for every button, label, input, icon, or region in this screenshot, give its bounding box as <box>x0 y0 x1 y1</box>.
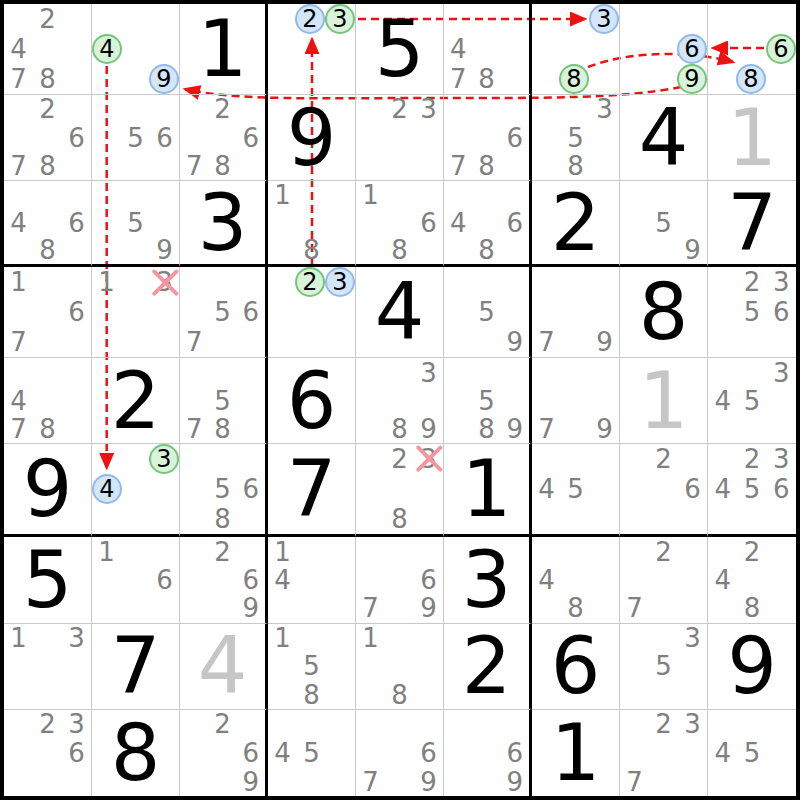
cell-r7c3[interactable]: 269 <box>180 537 268 623</box>
candidate-grid: 2678 <box>4 95 91 180</box>
candidate-8: 8 <box>297 680 326 708</box>
candidate-grid: 13 <box>92 267 179 357</box>
candidate-5: 5 <box>208 297 236 327</box>
candidate-9: 9 <box>678 237 707 265</box>
candidate-6: 6 <box>237 566 265 594</box>
cell-r7c2[interactable]: 16 <box>92 537 180 623</box>
candidate-3: 3 <box>590 95 619 123</box>
cell-r8c8[interactable]: 35 <box>620 624 708 710</box>
given-digit: 3 <box>462 541 512 619</box>
candidate-9: 9 <box>237 767 265 796</box>
chain-circle-blue-9: 9 <box>149 64 179 94</box>
candidate-6: 6 <box>62 297 91 327</box>
cell-r9c1[interactable]: 236 <box>4 710 92 796</box>
candidate-4: 4 <box>708 739 737 768</box>
candidate-8: 8 <box>208 504 236 534</box>
candidate-3: 3 <box>767 267 796 297</box>
candidate-3: 3 <box>678 624 707 652</box>
candidate-5: 5 <box>649 209 678 237</box>
candidate-5: 5 <box>208 387 236 415</box>
cell-r7c9[interactable]: 248 <box>708 537 796 623</box>
cell-r7c8[interactable]: 27 <box>620 537 708 623</box>
candidate-2: 2 <box>33 4 62 34</box>
candidate-5: 5 <box>737 297 766 327</box>
cell-r4c8[interactable]: 8 <box>620 267 708 358</box>
candidate-2: 2 <box>208 95 236 123</box>
cell-r8c2[interactable]: 7 <box>92 624 180 710</box>
cell-r9c3[interactable]: 269 <box>180 710 268 796</box>
candidate-8: 8 <box>737 594 766 622</box>
candidate-grid: 589 <box>444 358 529 443</box>
candidate-7: 7 <box>356 767 385 796</box>
cell-r5c9[interactable]: 345 <box>708 358 796 444</box>
candidate-8: 8 <box>33 237 62 265</box>
candidate-grid: 167 <box>4 267 91 357</box>
candidate-5: 5 <box>472 297 500 327</box>
candidate-1: 1 <box>356 624 385 652</box>
cell-r8c6[interactable]: 2 <box>444 624 532 710</box>
candidate-grid: 2356 <box>708 267 796 357</box>
candidate-4: 4 <box>268 566 297 594</box>
cell-r4c4[interactable]: 23 <box>268 267 356 358</box>
cell-r1c1[interactable]: 2478 <box>4 4 92 95</box>
candidate-3: 3 <box>767 444 796 474</box>
candidate-1: 1 <box>268 537 297 565</box>
candidate-grid: 248 <box>708 537 796 622</box>
candidate-5: 5 <box>297 739 326 768</box>
given-digit: 8 <box>111 714 161 792</box>
candidate-grid: 79 <box>532 267 619 357</box>
candidate-3: 3 <box>414 95 443 123</box>
given-digit: 9 <box>727 627 777 705</box>
candidate-8: 8 <box>561 594 590 622</box>
candidate-6: 6 <box>414 566 443 594</box>
candidate-6: 6 <box>62 739 91 768</box>
chain-circle-blue-2: 2 <box>295 4 325 34</box>
candidate-7: 7 <box>180 152 208 180</box>
candidate-4: 4 <box>444 34 472 64</box>
candidate-grid: 59 <box>92 181 179 264</box>
candidate-grid: 18 <box>356 624 443 709</box>
candidate-6: 6 <box>678 474 707 504</box>
cell-r2c5[interactable]: 23 <box>356 95 444 181</box>
cell-r5c4[interactable]: 6 <box>268 358 356 444</box>
candidate-grid: 679 <box>356 710 443 796</box>
candidate-1: 1 <box>4 624 33 652</box>
candidate-grid: 269 <box>180 710 265 796</box>
candidate-grid: 49 <box>92 4 179 94</box>
candidate-8: 8 <box>33 415 62 443</box>
solved-digit: 4 <box>198 627 248 705</box>
candidate-5: 5 <box>737 474 766 504</box>
candidate-grid: 269 <box>180 537 265 622</box>
candidate-3: 3 <box>414 358 443 386</box>
cell-r1c5[interactable]: 5 <box>356 4 444 95</box>
candidate-3: 3 <box>62 624 91 652</box>
candidate-grid: 678 <box>444 95 529 180</box>
cell-r6c8[interactable]: 26 <box>620 444 708 537</box>
candidate-4: 4 <box>4 387 33 415</box>
cell-r6c2[interactable]: 34 <box>92 444 180 537</box>
given-digit: 7 <box>111 627 161 705</box>
given-digit: 6 <box>287 362 337 440</box>
cell-r2c7[interactable]: 358 <box>532 95 620 181</box>
cell-r6c1[interactable]: 9 <box>4 444 92 537</box>
cell-r6c6[interactable]: 1 <box>444 444 532 537</box>
candidate-9: 9 <box>501 415 529 443</box>
cell-r5c6[interactable]: 589 <box>444 358 532 444</box>
candidate-8: 8 <box>297 237 326 265</box>
cell-r7c5[interactable]: 679 <box>356 537 444 623</box>
chain-circle-blue-3: 3 <box>589 4 619 34</box>
candidate-7: 7 <box>444 64 472 94</box>
candidate-grid: 18 <box>268 181 355 264</box>
candidate-4: 4 <box>708 566 737 594</box>
cell-r5c2[interactable]: 2 <box>92 358 180 444</box>
solved-digit: 1 <box>727 99 777 177</box>
candidate-grid: 16 <box>92 537 179 622</box>
candidate-grid: 2678 <box>180 95 265 180</box>
cell-r8c5[interactable]: 18 <box>356 624 444 710</box>
cell-r2c4[interactable]: 9 <box>268 95 356 181</box>
cell-r9c6[interactable]: 69 <box>444 710 532 796</box>
candidate-7: 7 <box>4 327 33 357</box>
cell-r1c7[interactable]: 38 <box>532 4 620 95</box>
candidate-2: 2 <box>649 710 678 739</box>
given-digit: 7 <box>727 184 777 262</box>
candidate-8: 8 <box>385 680 414 708</box>
cell-r4c1[interactable]: 167 <box>4 267 92 358</box>
cell-r6c5[interactable]: 238 <box>356 444 444 537</box>
given-digit: 2 <box>462 627 512 705</box>
candidate-grid: 168 <box>356 181 443 264</box>
candidate-grid: 38 <box>532 4 619 94</box>
candidate-3: 3 <box>414 444 443 474</box>
candidate-8: 8 <box>385 415 414 443</box>
cell-r9c2[interactable]: 8 <box>92 710 180 796</box>
chain-circle-blue-3: 3 <box>325 267 355 297</box>
candidate-7: 7 <box>620 767 649 796</box>
candidate-5: 5 <box>737 387 766 415</box>
candidate-grid: 578 <box>180 358 265 443</box>
cell-r4c7[interactable]: 79 <box>532 267 620 358</box>
candidate-grid: 478 <box>444 4 529 94</box>
candidate-grid: 237 <box>620 710 707 796</box>
cell-r8c3[interactable]: 4 <box>180 624 268 710</box>
cell-r4c6[interactable]: 59 <box>444 267 532 358</box>
chain-circle-blue-6: 6 <box>677 34 707 64</box>
candidate-5: 5 <box>561 123 590 151</box>
candidate-8: 8 <box>208 152 236 180</box>
candidate-grid: 48 <box>532 537 619 622</box>
candidate-6: 6 <box>62 209 91 237</box>
cell-r6c4[interactable]: 7 <box>268 444 356 537</box>
candidate-grid: 26 <box>620 444 707 534</box>
cell-r9c7[interactable]: 1 <box>532 710 620 796</box>
candidate-grid: 45 <box>708 710 796 796</box>
cell-r2c9[interactable]: 1 <box>708 95 796 181</box>
candidate-8: 8 <box>33 64 62 94</box>
candidate-grid: 238 <box>356 444 443 534</box>
cell-r9c9[interactable]: 45 <box>708 710 796 796</box>
candidate-5: 5 <box>561 474 590 504</box>
candidate-9: 9 <box>501 327 529 357</box>
cell-r3c7[interactable]: 2 <box>532 181 620 267</box>
candidate-7: 7 <box>356 594 385 622</box>
cell-r9c4[interactable]: 45 <box>268 710 356 796</box>
cell-r3c8[interactable]: 59 <box>620 181 708 267</box>
cell-r8c7[interactable]: 6 <box>532 624 620 710</box>
candidate-7: 7 <box>620 594 649 622</box>
candidate-7: 7 <box>4 64 33 94</box>
chain-circle-green-3: 3 <box>149 444 179 474</box>
candidate-1: 1 <box>268 181 297 209</box>
given-digit: 1 <box>198 10 248 88</box>
cell-r7c6[interactable]: 3 <box>444 537 532 623</box>
candidate-grid: 56 <box>92 95 179 180</box>
candidate-5: 5 <box>121 123 150 151</box>
candidate-grid: 389 <box>356 358 443 443</box>
chain-circle-green-2: 2 <box>295 267 325 297</box>
cell-r1c3[interactable]: 1 <box>180 4 268 95</box>
candidate-7: 7 <box>532 327 561 357</box>
candidate-3: 3 <box>62 710 91 739</box>
candidate-2: 2 <box>737 537 766 565</box>
cell-r4c9[interactable]: 2356 <box>708 267 796 358</box>
candidate-2: 2 <box>649 537 678 565</box>
given-digit: 5 <box>23 541 73 619</box>
candidate-1: 1 <box>92 267 121 297</box>
candidate-grid: 23 <box>356 95 443 180</box>
candidate-grid: 679 <box>356 537 443 622</box>
cell-r1c9[interactable]: 68 <box>708 4 796 95</box>
candidate-4: 4 <box>532 566 561 594</box>
candidate-grid: 45 <box>268 710 355 796</box>
cell-r8c9[interactable]: 9 <box>708 624 796 710</box>
candidate-2: 2 <box>208 537 236 565</box>
candidate-3: 3 <box>678 710 707 739</box>
cell-r1c8[interactable]: 69 <box>620 4 708 95</box>
candidate-3: 3 <box>767 358 796 386</box>
candidate-grid: 23 <box>268 4 355 94</box>
candidate-1: 1 <box>356 181 385 209</box>
candidate-grid: 14 <box>268 537 355 622</box>
cell-r7c4[interactable]: 14 <box>268 537 356 623</box>
candidate-6: 6 <box>237 474 265 504</box>
candidate-grid: 236 <box>4 710 91 796</box>
candidate-5: 5 <box>737 739 766 768</box>
candidate-8: 8 <box>561 152 590 180</box>
chain-circle-green-3: 3 <box>325 4 355 34</box>
candidate-9: 9 <box>590 415 619 443</box>
given-digit: 5 <box>375 10 425 88</box>
candidate-2: 2 <box>737 444 766 474</box>
candidate-6: 6 <box>414 209 443 237</box>
candidate-grid: 79 <box>532 358 619 443</box>
chain-circle-blue-4: 4 <box>92 474 122 504</box>
given-digit: 2 <box>111 362 161 440</box>
candidate-grid: 69 <box>620 4 707 94</box>
candidate-9: 9 <box>237 594 265 622</box>
candidate-grid: 158 <box>268 624 355 709</box>
candidate-2: 2 <box>33 95 62 123</box>
candidate-8: 8 <box>385 504 414 534</box>
candidate-grid: 23 <box>268 267 355 357</box>
cell-r7c1[interactable]: 5 <box>4 537 92 623</box>
candidate-grid: 478 <box>4 358 91 443</box>
cell-r2c2[interactable]: 56 <box>92 95 180 181</box>
given-digit: 4 <box>375 273 425 351</box>
given-digit: 2 <box>551 184 601 262</box>
solved-digit: 1 <box>639 362 689 440</box>
candidate-7: 7 <box>180 415 208 443</box>
cell-r9c5[interactable]: 679 <box>356 710 444 796</box>
candidate-2: 2 <box>649 444 678 474</box>
given-digit: 7 <box>287 450 337 528</box>
candidate-grid: 2478 <box>4 4 91 94</box>
candidate-9: 9 <box>414 767 443 796</box>
cell-r5c7[interactable]: 79 <box>532 358 620 444</box>
candidate-6: 6 <box>237 739 265 768</box>
sudoku-board: 2478491235478386968267856267892367835841… <box>0 0 800 800</box>
candidate-6: 6 <box>414 739 443 768</box>
candidate-8: 8 <box>33 152 62 180</box>
cell-r3c4[interactable]: 18 <box>268 181 356 267</box>
candidate-9: 9 <box>150 237 179 265</box>
chain-circle-green-4: 4 <box>92 34 122 64</box>
cell-r2c3[interactable]: 2678 <box>180 95 268 181</box>
cell-r8c4[interactable]: 158 <box>268 624 356 710</box>
candidate-8: 8 <box>208 415 236 443</box>
candidate-grid: 45 <box>532 444 619 534</box>
candidate-6: 6 <box>237 123 265 151</box>
cell-r7c7[interactable]: 48 <box>532 537 620 623</box>
candidate-7: 7 <box>444 152 472 180</box>
candidate-1: 1 <box>268 624 297 652</box>
cell-r1c6[interactable]: 478 <box>444 4 532 95</box>
candidate-6: 6 <box>237 297 265 327</box>
candidate-8: 8 <box>472 237 500 265</box>
cell-r3c3[interactable]: 3 <box>180 181 268 267</box>
candidate-4: 4 <box>268 739 297 768</box>
candidate-grid: 358 <box>532 95 619 180</box>
given-digit: 6 <box>551 627 601 705</box>
given-digit: 4 <box>639 99 689 177</box>
cell-r4c5[interactable]: 4 <box>356 267 444 358</box>
given-digit: 3 <box>198 184 248 262</box>
chain-circle-blue-8: 8 <box>736 64 766 94</box>
cell-r6c7[interactable]: 45 <box>532 444 620 537</box>
candidate-grid: 567 <box>180 267 265 357</box>
cell-r2c6[interactable]: 678 <box>444 95 532 181</box>
cell-r6c3[interactable]: 568 <box>180 444 268 537</box>
chain-circle-green-6: 6 <box>766 34 796 64</box>
candidate-8: 8 <box>472 415 500 443</box>
cell-r9c8[interactable]: 237 <box>620 710 708 796</box>
candidate-grid: 35 <box>620 624 707 709</box>
cell-r8c1[interactable]: 13 <box>4 624 92 710</box>
cell-r5c1[interactable]: 478 <box>4 358 92 444</box>
given-digit: 9 <box>287 99 337 177</box>
candidate-4: 4 <box>4 209 33 237</box>
candidate-grid: 468 <box>4 181 91 264</box>
candidate-grid: 69 <box>444 710 529 796</box>
cell-r5c8[interactable]: 1 <box>620 358 708 444</box>
candidate-9: 9 <box>414 415 443 443</box>
cell-r6c9[interactable]: 23456 <box>708 444 796 537</box>
candidate-7: 7 <box>180 327 208 357</box>
candidate-4: 4 <box>708 387 737 415</box>
chain-circle-green-8: 8 <box>559 64 589 94</box>
candidate-5: 5 <box>649 652 678 680</box>
cell-r1c4[interactable]: 23 <box>268 4 356 95</box>
candidate-6: 6 <box>767 474 796 504</box>
cell-r3c9[interactable]: 7 <box>708 181 796 267</box>
candidate-4: 4 <box>444 209 472 237</box>
cell-r4c2[interactable]: 13 <box>92 267 180 358</box>
cell-r1c2[interactable]: 49 <box>92 4 180 95</box>
candidate-2: 2 <box>737 267 766 297</box>
candidate-grid: 568 <box>180 444 265 534</box>
candidate-4: 4 <box>4 34 33 64</box>
candidate-2: 2 <box>208 710 236 739</box>
cell-r3c1[interactable]: 468 <box>4 181 92 267</box>
candidate-8: 8 <box>385 237 414 265</box>
candidate-5: 5 <box>208 474 236 504</box>
cell-r5c5[interactable]: 389 <box>356 358 444 444</box>
candidate-grid: 13 <box>4 624 91 709</box>
chain-circle-green-9: 9 <box>677 64 707 94</box>
cell-r3c5[interactable]: 168 <box>356 181 444 267</box>
candidate-5: 5 <box>472 387 500 415</box>
candidate-2: 2 <box>385 444 414 474</box>
candidate-grid: 27 <box>620 537 707 622</box>
cell-r2c1[interactable]: 2678 <box>4 95 92 181</box>
candidate-8: 8 <box>472 64 500 94</box>
candidate-4: 4 <box>532 474 561 504</box>
cell-r4c3[interactable]: 567 <box>180 267 268 358</box>
candidate-5: 5 <box>121 209 150 237</box>
candidate-2: 2 <box>33 710 62 739</box>
candidate-5: 5 <box>297 652 326 680</box>
cell-r3c2[interactable]: 59 <box>92 181 180 267</box>
candidate-6: 6 <box>501 209 529 237</box>
candidate-6: 6 <box>501 739 529 768</box>
candidate-grid: 345 <box>708 358 796 443</box>
given-digit: 8 <box>639 273 689 351</box>
candidate-1: 1 <box>92 537 121 565</box>
candidate-grid: 68 <box>708 4 796 94</box>
candidate-6: 6 <box>62 123 91 151</box>
candidate-6: 6 <box>150 566 179 594</box>
candidate-9: 9 <box>501 767 529 796</box>
cell-r3c6[interactable]: 468 <box>444 181 532 267</box>
given-digit: 1 <box>551 714 601 792</box>
candidate-4: 4 <box>708 474 737 504</box>
candidate-6: 6 <box>150 123 179 151</box>
candidate-7: 7 <box>532 415 561 443</box>
candidate-grid: 468 <box>444 181 529 264</box>
candidate-3: 3 <box>150 267 179 297</box>
candidate-9: 9 <box>590 327 619 357</box>
cell-r2c8[interactable]: 4 <box>620 95 708 181</box>
candidate-grid: 59 <box>620 181 707 264</box>
candidate-grid: 59 <box>444 267 529 357</box>
sudoku-app: 2478491235478386968267856267892367835841… <box>0 0 800 800</box>
candidate-7: 7 <box>4 152 33 180</box>
candidate-6: 6 <box>767 297 796 327</box>
cell-r5c3[interactable]: 578 <box>180 358 268 444</box>
